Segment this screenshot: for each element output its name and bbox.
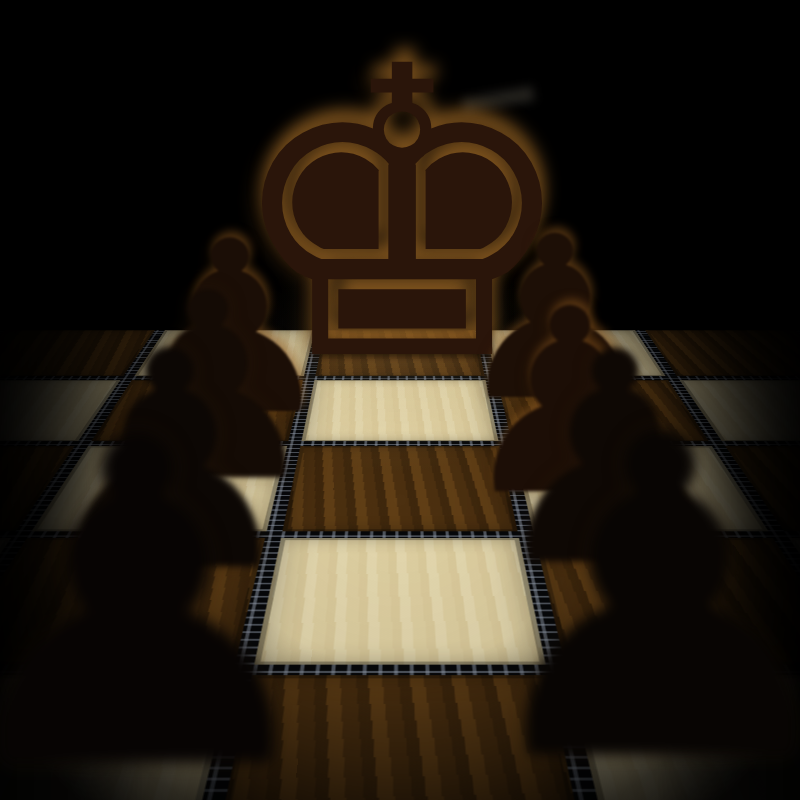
square-b8	[0, 330, 155, 376]
square-d8	[315, 330, 485, 376]
light-glint	[461, 86, 535, 113]
square-d6	[282, 446, 517, 531]
square-e4	[568, 675, 800, 800]
square-e5	[535, 538, 800, 664]
square-c6	[31, 446, 287, 531]
square-c8	[134, 330, 315, 376]
chess-photo-scene: ♚♟♟♟♟♟♟♟♟	[0, 0, 800, 800]
square-d5	[254, 538, 546, 664]
square-c5	[0, 538, 265, 664]
square-c7	[91, 380, 303, 441]
square-e7	[497, 380, 709, 441]
square-e8	[485, 330, 666, 376]
square-c4	[0, 675, 232, 800]
square-d7	[301, 380, 498, 441]
chessboard	[0, 330, 800, 800]
square-d4	[208, 675, 592, 800]
square-e6	[513, 446, 769, 531]
square-f8	[645, 330, 800, 376]
